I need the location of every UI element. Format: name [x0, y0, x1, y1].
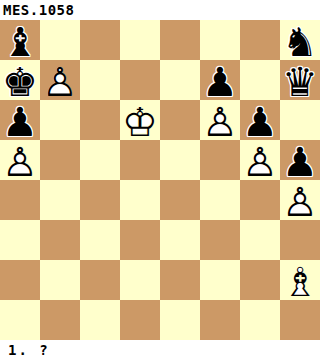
square-h7[interactable]: ♛	[280, 60, 320, 100]
square-f7[interactable]: ♟	[200, 60, 240, 100]
square-d7[interactable]	[120, 60, 160, 100]
square-c3[interactable]	[80, 220, 120, 260]
piece-white-bishop: ♗	[280, 260, 320, 300]
chess-board: ♝♞♚♟♙♟♛♟♚♔♟♙♟♟♙♟♙♟♟♙♝♗	[0, 20, 320, 340]
square-h5[interactable]: ♟	[280, 140, 320, 180]
square-h6[interactable]	[280, 100, 320, 140]
puzzle-footer: 1. ?	[0, 340, 320, 360]
square-g3[interactable]	[240, 220, 280, 260]
piece-white-pawn-fill: ♟	[0, 140, 40, 180]
piece-white-pawn: ♙	[40, 60, 80, 100]
square-d2[interactable]	[120, 260, 160, 300]
square-d5[interactable]	[120, 140, 160, 180]
square-e1[interactable]	[160, 300, 200, 340]
puzzle-id: MES.1058	[3, 2, 74, 18]
square-g1[interactable]	[240, 300, 280, 340]
square-c8[interactable]	[80, 20, 120, 60]
square-c5[interactable]	[80, 140, 120, 180]
square-f3[interactable]	[200, 220, 240, 260]
square-d6[interactable]: ♚♔	[120, 100, 160, 140]
square-c4[interactable]	[80, 180, 120, 220]
piece-white-pawn-fill: ♟	[240, 140, 280, 180]
square-e8[interactable]	[160, 20, 200, 60]
square-a2[interactable]	[0, 260, 40, 300]
piece-black-bishop: ♝	[0, 20, 40, 60]
piece-black-pawn: ♟	[280, 140, 320, 180]
square-d3[interactable]	[120, 220, 160, 260]
piece-white-pawn-fill: ♟	[200, 100, 240, 140]
square-e6[interactable]	[160, 100, 200, 140]
piece-black-pawn: ♟	[0, 100, 40, 140]
piece-white-pawn-fill: ♟	[40, 60, 80, 100]
square-d8[interactable]	[120, 20, 160, 60]
square-g2[interactable]	[240, 260, 280, 300]
square-h8[interactable]: ♞	[280, 20, 320, 60]
square-f1[interactable]	[200, 300, 240, 340]
square-c6[interactable]	[80, 100, 120, 140]
square-c7[interactable]	[80, 60, 120, 100]
square-c1[interactable]	[80, 300, 120, 340]
square-f2[interactable]	[200, 260, 240, 300]
square-e5[interactable]	[160, 140, 200, 180]
square-g7[interactable]	[240, 60, 280, 100]
square-h2[interactable]: ♝♗	[280, 260, 320, 300]
square-a6[interactable]: ♟	[0, 100, 40, 140]
square-a3[interactable]	[0, 220, 40, 260]
square-d4[interactable]	[120, 180, 160, 220]
square-a4[interactable]	[0, 180, 40, 220]
square-f8[interactable]	[200, 20, 240, 60]
move-prompt: 1. ?	[8, 342, 50, 358]
square-f5[interactable]	[200, 140, 240, 180]
square-g6[interactable]: ♟	[240, 100, 280, 140]
square-b7[interactable]: ♟♙	[40, 60, 80, 100]
square-b2[interactable]	[40, 260, 80, 300]
square-a8[interactable]: ♝	[0, 20, 40, 60]
piece-black-pawn: ♟	[240, 100, 280, 140]
piece-white-pawn: ♙	[240, 140, 280, 180]
puzzle-header: MES.1058	[0, 0, 320, 20]
square-e7[interactable]	[160, 60, 200, 100]
square-a5[interactable]: ♟♙	[0, 140, 40, 180]
square-f4[interactable]	[200, 180, 240, 220]
square-g8[interactable]	[240, 20, 280, 60]
piece-black-queen: ♛	[280, 60, 320, 100]
piece-white-pawn: ♙	[280, 180, 320, 220]
square-f6[interactable]: ♟♙	[200, 100, 240, 140]
square-d1[interactable]	[120, 300, 160, 340]
square-c2[interactable]	[80, 260, 120, 300]
square-b3[interactable]	[40, 220, 80, 260]
square-e2[interactable]	[160, 260, 200, 300]
piece-black-pawn: ♟	[200, 60, 240, 100]
square-g5[interactable]: ♟♙	[240, 140, 280, 180]
square-b4[interactable]	[40, 180, 80, 220]
piece-black-knight: ♞	[280, 20, 320, 60]
square-b1[interactable]	[40, 300, 80, 340]
piece-white-pawn: ♙	[0, 140, 40, 180]
square-e4[interactable]	[160, 180, 200, 220]
square-b8[interactable]	[40, 20, 80, 60]
square-b5[interactable]	[40, 140, 80, 180]
square-g4[interactable]	[240, 180, 280, 220]
square-h3[interactable]	[280, 220, 320, 260]
piece-black-king: ♚	[0, 60, 40, 100]
piece-white-pawn: ♙	[200, 100, 240, 140]
square-h1[interactable]	[280, 300, 320, 340]
piece-white-king-fill: ♚	[120, 100, 160, 140]
square-h4[interactable]: ♟♙	[280, 180, 320, 220]
piece-white-pawn-fill: ♟	[280, 180, 320, 220]
piece-white-king: ♔	[120, 100, 160, 140]
piece-white-bishop-fill: ♝	[280, 260, 320, 300]
square-b6[interactable]	[40, 100, 80, 140]
square-a7[interactable]: ♚	[0, 60, 40, 100]
square-a1[interactable]	[0, 300, 40, 340]
square-e3[interactable]	[160, 220, 200, 260]
chess-puzzle-app: MES.1058 ♝♞♚♟♙♟♛♟♚♔♟♙♟♟♙♟♙♟♟♙♝♗ 1. ?	[0, 0, 320, 360]
